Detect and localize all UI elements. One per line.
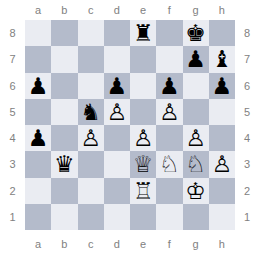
white-pawn[interactable]: ♙ (183, 125, 209, 151)
black-pawn[interactable]: ♟ (25, 125, 51, 151)
square-h8[interactable] (209, 20, 235, 46)
rank-label-6: 6 (235, 73, 259, 99)
square-d3[interactable] (104, 151, 130, 177)
rank-labels-right: 87654321 (235, 20, 259, 230)
white-knight[interactable]: ♘ (183, 151, 209, 177)
rank-label-4: 4 (235, 125, 259, 151)
square-h6[interactable]: ♟ (209, 73, 235, 99)
square-f2[interactable] (156, 178, 182, 204)
square-b4[interactable] (51, 125, 77, 151)
rank-labels-left: 87654321 (0, 20, 25, 230)
file-label-h: h (209, 0, 235, 20)
file-label-f: f (156, 230, 182, 258)
file-label-f: f (156, 0, 182, 20)
white-queen[interactable]: ♕ (130, 151, 156, 177)
square-c1[interactable] (78, 204, 104, 230)
square-h7[interactable]: ♝ (209, 46, 235, 72)
square-e4[interactable]: ♙ (130, 125, 156, 151)
square-a3[interactable] (25, 151, 51, 177)
white-knight[interactable]: ♘ (156, 151, 182, 177)
square-g7[interactable]: ♟ (183, 46, 209, 72)
square-g5[interactable] (183, 99, 209, 125)
square-g6[interactable] (183, 73, 209, 99)
rank-label-7: 7 (235, 46, 259, 72)
rank-label-2: 2 (0, 178, 25, 204)
square-b7[interactable] (51, 46, 77, 72)
rank-label-8: 8 (0, 20, 25, 46)
square-e3[interactable]: ♕ (130, 151, 156, 177)
square-d7[interactable] (104, 46, 130, 72)
file-label-a: a (25, 0, 51, 20)
black-pawn[interactable]: ♟ (183, 46, 209, 72)
black-pawn[interactable]: ♟ (156, 73, 182, 99)
rank-label-1: 1 (235, 204, 259, 230)
black-rook[interactable]: ♜ (130, 20, 156, 46)
square-b1[interactable] (51, 204, 77, 230)
square-e1[interactable] (130, 204, 156, 230)
square-d1[interactable] (104, 204, 130, 230)
square-f6[interactable]: ♟ (156, 73, 182, 99)
square-c8[interactable] (78, 20, 104, 46)
rank-label-3: 3 (0, 151, 25, 177)
rank-label-2: 2 (235, 178, 259, 204)
square-h2[interactable] (209, 178, 235, 204)
square-a6[interactable]: ♟ (25, 73, 51, 99)
file-label-h: h (209, 230, 235, 258)
file-label-g: g (183, 230, 209, 258)
square-a8[interactable] (25, 20, 51, 46)
file-labels-bottom: abcdefgh (25, 230, 235, 258)
file-label-b: b (51, 0, 77, 20)
rank-label-4: 4 (0, 125, 25, 151)
black-knight[interactable]: ♞ (78, 99, 104, 125)
black-bishop[interactable]: ♝ (209, 46, 235, 72)
square-d5[interactable]: ♙ (104, 99, 130, 125)
square-c7[interactable] (78, 46, 104, 72)
file-label-a: a (25, 230, 51, 258)
square-h5[interactable] (209, 99, 235, 125)
white-pawn[interactable]: ♙ (156, 99, 182, 125)
square-d8[interactable] (104, 20, 130, 46)
square-h1[interactable] (209, 204, 235, 230)
square-b6[interactable] (51, 73, 77, 99)
square-c6[interactable] (78, 73, 104, 99)
square-f7[interactable] (156, 46, 182, 72)
white-pawn[interactable]: ♙ (78, 125, 104, 151)
square-a5[interactable] (25, 99, 51, 125)
square-d6[interactable]: ♟ (104, 73, 130, 99)
square-g3[interactable]: ♘ (183, 151, 209, 177)
white-rook[interactable]: ♖ (130, 178, 156, 204)
file-label-c: c (78, 230, 104, 258)
square-c5[interactable]: ♞ (78, 99, 104, 125)
rank-label-3: 3 (235, 151, 259, 177)
square-b5[interactable] (51, 99, 77, 125)
square-g1[interactable] (183, 204, 209, 230)
square-b3[interactable]: ♛ (51, 151, 77, 177)
file-label-d: d (104, 230, 130, 258)
file-label-b: b (51, 230, 77, 258)
square-c3[interactable] (78, 151, 104, 177)
square-a4[interactable]: ♟ (25, 125, 51, 151)
file-label-g: g (183, 0, 209, 20)
square-e5[interactable] (130, 99, 156, 125)
square-a1[interactable] (25, 204, 51, 230)
file-label-e: e (130, 0, 156, 20)
white-king[interactable]: ♔ (183, 178, 209, 204)
file-label-e: e (130, 230, 156, 258)
square-a7[interactable] (25, 46, 51, 72)
square-f3[interactable]: ♘ (156, 151, 182, 177)
square-g8[interactable]: ♚ (183, 20, 209, 46)
square-h4[interactable] (209, 125, 235, 151)
black-queen[interactable]: ♛ (51, 151, 77, 177)
square-d4[interactable] (104, 125, 130, 151)
rank-label-1: 1 (0, 204, 25, 230)
black-pawn[interactable]: ♟ (209, 73, 235, 99)
square-e2[interactable]: ♖ (130, 178, 156, 204)
white-pawn[interactable]: ♙ (104, 99, 130, 125)
square-f4[interactable] (156, 125, 182, 151)
square-g2[interactable]: ♔ (183, 178, 209, 204)
rank-label-5: 5 (235, 99, 259, 125)
rank-label-5: 5 (0, 99, 25, 125)
black-pawn[interactable]: ♟ (104, 73, 130, 99)
square-f8[interactable] (156, 20, 182, 46)
square-g4[interactable]: ♙ (183, 125, 209, 151)
square-b8[interactable] (51, 20, 77, 46)
square-b2[interactable] (51, 178, 77, 204)
square-f5[interactable]: ♙ (156, 99, 182, 125)
rank-label-8: 8 (235, 20, 259, 46)
square-e7[interactable] (130, 46, 156, 72)
file-label-d: d (104, 0, 130, 20)
square-c2[interactable] (78, 178, 104, 204)
black-king[interactable]: ♚ (183, 20, 209, 46)
file-label-c: c (78, 0, 104, 20)
white-pawn[interactable]: ♙ (130, 125, 156, 151)
square-a2[interactable] (25, 178, 51, 204)
square-f1[interactable] (156, 204, 182, 230)
square-c4[interactable]: ♙ (78, 125, 104, 151)
black-pawn[interactable]: ♟ (25, 73, 51, 99)
square-e6[interactable] (130, 73, 156, 99)
chess-diagram: abcdefgh 87654321 ♜♚♟♝♟♟♟♟♞♙♙♟♙♙♙♛♕♘♘♙♖♔… (0, 0, 259, 258)
file-labels-top: abcdefgh (25, 0, 235, 20)
white-pawn[interactable]: ♙ (209, 151, 235, 177)
rank-label-6: 6 (0, 73, 25, 99)
square-e8[interactable]: ♜ (130, 20, 156, 46)
rank-label-7: 7 (0, 46, 25, 72)
chess-board: ♜♚♟♝♟♟♟♟♞♙♙♟♙♙♙♛♕♘♘♙♖♔ (25, 20, 235, 230)
square-d2[interactable] (104, 178, 130, 204)
square-h3[interactable]: ♙ (209, 151, 235, 177)
